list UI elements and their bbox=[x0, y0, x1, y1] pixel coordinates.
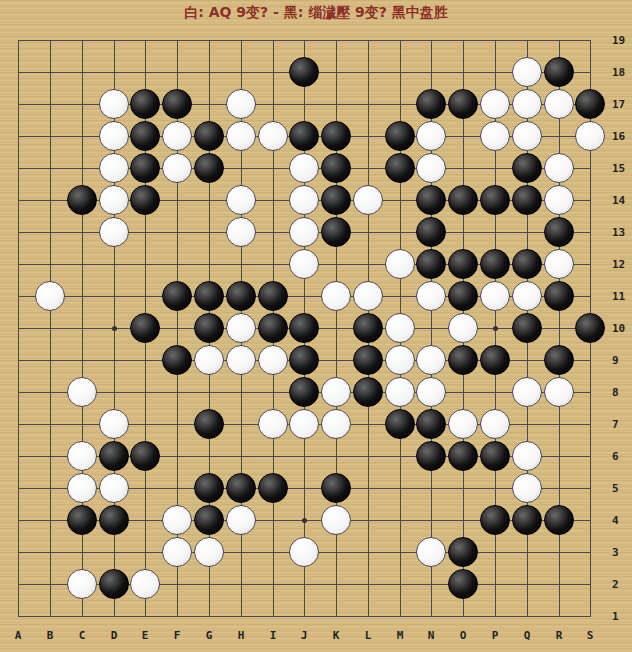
stone-black bbox=[448, 249, 478, 279]
stone-black bbox=[480, 185, 510, 215]
stone-white bbox=[99, 89, 129, 119]
row-label: 19 bbox=[612, 34, 625, 47]
stone-black bbox=[512, 505, 542, 535]
stone-white bbox=[226, 505, 256, 535]
stone-white bbox=[385, 313, 415, 343]
column-label: K bbox=[326, 629, 346, 642]
stone-black bbox=[321, 185, 351, 215]
stone-black bbox=[512, 153, 542, 183]
stone-black bbox=[289, 121, 319, 151]
star-point bbox=[302, 518, 307, 523]
row-label: 15 bbox=[612, 162, 625, 175]
stone-white bbox=[512, 57, 542, 87]
stone-black bbox=[480, 441, 510, 471]
stone-white bbox=[512, 121, 542, 151]
row-label: 18 bbox=[612, 66, 625, 79]
stone-white bbox=[258, 121, 288, 151]
star-point bbox=[493, 326, 498, 331]
stone-white bbox=[289, 185, 319, 215]
column-label: R bbox=[549, 629, 569, 642]
go-board[interactable]: ABCDEFGHIJKLMNOPQRS191817161514131211109… bbox=[0, 0, 632, 652]
stone-white bbox=[289, 249, 319, 279]
stone-black bbox=[416, 89, 446, 119]
row-label: 1 bbox=[612, 610, 619, 623]
stone-white bbox=[544, 153, 574, 183]
stone-white bbox=[194, 537, 224, 567]
stone-white bbox=[99, 217, 129, 247]
stone-black bbox=[258, 281, 288, 311]
stone-white bbox=[258, 409, 288, 439]
stone-white bbox=[416, 153, 446, 183]
stone-white bbox=[321, 281, 351, 311]
stone-black bbox=[385, 121, 415, 151]
stone-black bbox=[162, 345, 192, 375]
row-label: 11 bbox=[612, 290, 625, 303]
row-label: 12 bbox=[612, 258, 625, 271]
stone-white bbox=[480, 409, 510, 439]
stone-white bbox=[416, 537, 446, 567]
stone-black bbox=[130, 313, 160, 343]
column-label: Q bbox=[517, 629, 537, 642]
stone-black bbox=[416, 441, 446, 471]
row-label: 17 bbox=[612, 98, 625, 111]
stone-black bbox=[194, 121, 224, 151]
row-label: 13 bbox=[612, 226, 625, 239]
stone-black bbox=[226, 281, 256, 311]
stone-black bbox=[353, 313, 383, 343]
stone-black bbox=[416, 185, 446, 215]
stone-white bbox=[289, 537, 319, 567]
column-label: P bbox=[485, 629, 505, 642]
stone-black bbox=[512, 185, 542, 215]
stone-white bbox=[99, 153, 129, 183]
row-label: 16 bbox=[612, 130, 625, 143]
column-label: I bbox=[263, 629, 283, 642]
column-label: A bbox=[8, 629, 28, 642]
stone-white bbox=[544, 89, 574, 119]
stone-black bbox=[321, 217, 351, 247]
stone-black bbox=[67, 185, 97, 215]
column-label: M bbox=[390, 629, 410, 642]
stone-white bbox=[416, 345, 446, 375]
stone-white bbox=[512, 473, 542, 503]
stone-white bbox=[99, 121, 129, 151]
stone-white bbox=[416, 377, 446, 407]
stone-white bbox=[512, 441, 542, 471]
stone-white bbox=[480, 89, 510, 119]
stone-black bbox=[194, 153, 224, 183]
stone-white bbox=[544, 185, 574, 215]
stone-white bbox=[512, 281, 542, 311]
column-label: E bbox=[135, 629, 155, 642]
stone-white bbox=[226, 217, 256, 247]
stone-white bbox=[130, 569, 160, 599]
stone-black bbox=[416, 409, 446, 439]
column-label: O bbox=[453, 629, 473, 642]
stone-white bbox=[289, 153, 319, 183]
column-label: G bbox=[199, 629, 219, 642]
stone-white bbox=[385, 249, 415, 279]
stone-black bbox=[575, 313, 605, 343]
stone-white bbox=[416, 281, 446, 311]
stone-black bbox=[512, 249, 542, 279]
stone-white bbox=[575, 121, 605, 151]
stone-black bbox=[448, 89, 478, 119]
stone-black bbox=[130, 153, 160, 183]
stone-black bbox=[544, 345, 574, 375]
grid-line-horizontal bbox=[18, 616, 591, 617]
stone-black bbox=[321, 121, 351, 151]
stone-black bbox=[575, 89, 605, 119]
stone-black bbox=[162, 89, 192, 119]
stone-black bbox=[289, 57, 319, 87]
stone-white bbox=[99, 185, 129, 215]
stone-white bbox=[258, 345, 288, 375]
stone-white bbox=[226, 121, 256, 151]
stone-white bbox=[448, 313, 478, 343]
column-label: L bbox=[358, 629, 378, 642]
column-label: C bbox=[72, 629, 92, 642]
stone-black bbox=[226, 473, 256, 503]
row-label: 7 bbox=[612, 418, 619, 431]
star-point bbox=[112, 326, 117, 331]
stone-white bbox=[162, 153, 192, 183]
stone-white bbox=[448, 409, 478, 439]
stone-black bbox=[416, 217, 446, 247]
column-label: H bbox=[231, 629, 251, 642]
column-label: N bbox=[421, 629, 441, 642]
row-label: 3 bbox=[612, 546, 619, 559]
stone-white bbox=[67, 473, 97, 503]
row-label: 10 bbox=[612, 322, 625, 335]
stone-white bbox=[321, 377, 351, 407]
stone-black bbox=[194, 313, 224, 343]
stone-white bbox=[35, 281, 65, 311]
stone-black bbox=[544, 281, 574, 311]
stone-white bbox=[480, 121, 510, 151]
stone-black bbox=[258, 313, 288, 343]
stone-black bbox=[512, 313, 542, 343]
stone-black bbox=[99, 505, 129, 535]
stone-black bbox=[448, 569, 478, 599]
stone-white bbox=[226, 89, 256, 119]
stone-white bbox=[353, 185, 383, 215]
stone-white bbox=[162, 537, 192, 567]
stone-black bbox=[448, 537, 478, 567]
stone-white bbox=[321, 505, 351, 535]
stone-white bbox=[544, 249, 574, 279]
stone-black bbox=[99, 569, 129, 599]
stone-black bbox=[289, 345, 319, 375]
stone-black bbox=[130, 441, 160, 471]
stone-white bbox=[99, 409, 129, 439]
stone-black bbox=[416, 249, 446, 279]
column-label: D bbox=[104, 629, 124, 642]
stone-white bbox=[353, 281, 383, 311]
stone-black bbox=[289, 377, 319, 407]
stone-black bbox=[544, 505, 574, 535]
stone-white bbox=[480, 281, 510, 311]
stone-black bbox=[130, 185, 160, 215]
stone-white bbox=[385, 345, 415, 375]
stone-black bbox=[448, 185, 478, 215]
stone-white bbox=[544, 377, 574, 407]
row-label: 6 bbox=[612, 450, 619, 463]
stone-black bbox=[385, 409, 415, 439]
stone-black bbox=[544, 57, 574, 87]
stone-black bbox=[353, 377, 383, 407]
stone-white bbox=[512, 89, 542, 119]
stone-white bbox=[416, 121, 446, 151]
stone-black bbox=[385, 153, 415, 183]
stone-white bbox=[67, 569, 97, 599]
stone-white bbox=[512, 377, 542, 407]
column-label: S bbox=[580, 629, 600, 642]
stone-black bbox=[321, 153, 351, 183]
stone-black bbox=[258, 473, 288, 503]
stone-black bbox=[194, 281, 224, 311]
stone-white bbox=[194, 345, 224, 375]
stone-black bbox=[353, 345, 383, 375]
stone-white bbox=[162, 505, 192, 535]
stone-white bbox=[162, 121, 192, 151]
stone-white bbox=[226, 185, 256, 215]
stone-black bbox=[67, 505, 97, 535]
stone-black bbox=[544, 217, 574, 247]
stone-white bbox=[67, 377, 97, 407]
column-label: J bbox=[294, 629, 314, 642]
row-label: 4 bbox=[612, 514, 619, 527]
stone-black bbox=[448, 441, 478, 471]
column-label: F bbox=[167, 629, 187, 642]
stone-black bbox=[321, 473, 351, 503]
row-label: 9 bbox=[612, 354, 619, 367]
stone-black bbox=[448, 345, 478, 375]
stone-black bbox=[480, 249, 510, 279]
stone-black bbox=[162, 281, 192, 311]
row-label: 2 bbox=[612, 578, 619, 591]
stone-black bbox=[480, 345, 510, 375]
stone-black bbox=[99, 441, 129, 471]
row-label: 14 bbox=[612, 194, 625, 207]
column-label: B bbox=[40, 629, 60, 642]
stone-white bbox=[67, 441, 97, 471]
row-label: 5 bbox=[612, 482, 619, 495]
stone-black bbox=[289, 313, 319, 343]
stone-white bbox=[99, 473, 129, 503]
stone-black bbox=[130, 121, 160, 151]
stone-white bbox=[385, 377, 415, 407]
stone-black bbox=[194, 409, 224, 439]
stone-white bbox=[226, 313, 256, 343]
stone-black bbox=[194, 505, 224, 535]
stone-white bbox=[226, 345, 256, 375]
stone-white bbox=[289, 409, 319, 439]
stone-white bbox=[289, 217, 319, 247]
stone-black bbox=[130, 89, 160, 119]
stone-black bbox=[448, 281, 478, 311]
stone-black bbox=[480, 505, 510, 535]
stone-white bbox=[321, 409, 351, 439]
stone-black bbox=[194, 473, 224, 503]
row-label: 8 bbox=[612, 386, 619, 399]
